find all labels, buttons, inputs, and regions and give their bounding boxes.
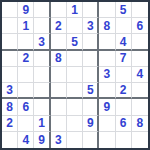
sudoku-cell-r4c2[interactable]: 2 bbox=[18, 51, 34, 67]
sudoku-cell-r5c7[interactable]: 3 bbox=[99, 67, 115, 83]
sudoku-cell-r6c7[interactable] bbox=[99, 83, 115, 99]
sudoku-cell-r6c8[interactable]: 2 bbox=[116, 83, 132, 99]
sudoku-cell-r2c3[interactable] bbox=[34, 18, 50, 34]
sudoku-cell-r8c7[interactable] bbox=[99, 116, 115, 132]
sudoku-cell-r5c6[interactable] bbox=[83, 67, 99, 83]
sudoku-cell-r2c9[interactable]: 6 bbox=[132, 18, 148, 34]
sudoku-cell-r5c4[interactable] bbox=[51, 67, 67, 83]
sudoku-cell-r4c8[interactable]: 7 bbox=[116, 51, 132, 67]
sudoku-cell-r8c5[interactable] bbox=[67, 116, 83, 132]
sudoku-cell-r2c6[interactable]: 3 bbox=[83, 18, 99, 34]
sudoku-cell-r9c3[interactable]: 9 bbox=[34, 132, 50, 148]
sudoku-cell-r5c9[interactable]: 4 bbox=[132, 67, 148, 83]
sudoku-cell-r5c8[interactable] bbox=[116, 67, 132, 83]
sudoku-cell-r7c9[interactable] bbox=[132, 99, 148, 115]
sudoku-cell-r9c1[interactable] bbox=[2, 132, 18, 148]
sudoku-cell-r6c4[interactable] bbox=[51, 83, 67, 99]
sudoku-cell-r7c1[interactable]: 8 bbox=[2, 99, 18, 115]
sudoku-cell-r4c5[interactable] bbox=[67, 51, 83, 67]
sudoku-cell-r8c9[interactable]: 8 bbox=[132, 116, 148, 132]
sudoku-cell-r1c6[interactable] bbox=[83, 2, 99, 18]
sudoku-cell-r3c2[interactable] bbox=[18, 34, 34, 50]
sudoku-cell-r1c1[interactable] bbox=[2, 2, 18, 18]
sudoku-cell-r2c4[interactable]: 2 bbox=[51, 18, 67, 34]
sudoku-cell-r6c2[interactable] bbox=[18, 83, 34, 99]
sudoku-cell-r2c8[interactable] bbox=[116, 18, 132, 34]
sudoku-cell-r1c2[interactable]: 9 bbox=[18, 2, 34, 18]
sudoku-cell-r4c9[interactable] bbox=[132, 51, 148, 67]
sudoku-cell-r4c7[interactable] bbox=[99, 51, 115, 67]
sudoku-cell-r3c8[interactable]: 4 bbox=[116, 34, 132, 50]
sudoku-cell-r4c4[interactable]: 8 bbox=[51, 51, 67, 67]
sudoku-cell-r6c3[interactable] bbox=[34, 83, 50, 99]
sudoku-cell-r7c7[interactable]: 9 bbox=[99, 99, 115, 115]
sudoku-cell-r8c2[interactable] bbox=[18, 116, 34, 132]
sudoku-cell-r2c5[interactable] bbox=[67, 18, 83, 34]
sudoku-cell-r7c2[interactable]: 6 bbox=[18, 99, 34, 115]
sudoku-cell-r5c2[interactable] bbox=[18, 67, 34, 83]
sudoku-cell-r6c6[interactable]: 5 bbox=[83, 83, 99, 99]
sudoku-cell-r8c6[interactable]: 9 bbox=[83, 116, 99, 132]
sudoku-board: 915123863542873435286921968493 bbox=[0, 0, 150, 150]
sudoku-cell-r1c8[interactable]: 5 bbox=[116, 2, 132, 18]
sudoku-cell-r6c5[interactable] bbox=[67, 83, 83, 99]
sudoku-cell-r9c5[interactable] bbox=[67, 132, 83, 148]
sudoku-cell-r9c6[interactable] bbox=[83, 132, 99, 148]
sudoku-cell-r3c6[interactable] bbox=[83, 34, 99, 50]
sudoku-cell-r5c3[interactable] bbox=[34, 67, 50, 83]
sudoku-cell-r9c8[interactable] bbox=[116, 132, 132, 148]
sudoku-cell-r5c1[interactable] bbox=[2, 67, 18, 83]
sudoku-cell-r4c1[interactable] bbox=[2, 51, 18, 67]
sudoku-cell-r9c7[interactable] bbox=[99, 132, 115, 148]
sudoku-cell-r4c3[interactable] bbox=[34, 51, 50, 67]
sudoku-cell-r3c7[interactable] bbox=[99, 34, 115, 50]
sudoku-cell-r9c2[interactable]: 4 bbox=[18, 132, 34, 148]
sudoku-cell-r9c4[interactable]: 3 bbox=[51, 132, 67, 148]
sudoku-cell-r2c7[interactable]: 8 bbox=[99, 18, 115, 34]
sudoku-cell-r3c1[interactable] bbox=[2, 34, 18, 50]
sudoku-cell-r8c1[interactable]: 2 bbox=[2, 116, 18, 132]
sudoku-cell-r3c9[interactable] bbox=[132, 34, 148, 50]
sudoku-cell-r1c9[interactable] bbox=[132, 2, 148, 18]
sudoku-cell-r1c4[interactable] bbox=[51, 2, 67, 18]
sudoku-cell-r7c8[interactable] bbox=[116, 99, 132, 115]
sudoku-cell-r1c3[interactable] bbox=[34, 2, 50, 18]
sudoku-cell-r9c9[interactable] bbox=[132, 132, 148, 148]
sudoku-cell-r6c9[interactable] bbox=[132, 83, 148, 99]
sudoku-cell-r1c5[interactable]: 1 bbox=[67, 2, 83, 18]
sudoku-cell-r7c6[interactable] bbox=[83, 99, 99, 115]
sudoku-cell-r8c3[interactable]: 1 bbox=[34, 116, 50, 132]
sudoku-cell-r8c8[interactable]: 6 bbox=[116, 116, 132, 132]
sudoku-cell-r7c5[interactable] bbox=[67, 99, 83, 115]
sudoku-cell-r1c7[interactable] bbox=[99, 2, 115, 18]
sudoku-cell-r2c2[interactable]: 1 bbox=[18, 18, 34, 34]
sudoku-cell-r3c4[interactable] bbox=[51, 34, 67, 50]
sudoku-cell-r3c5[interactable]: 5 bbox=[67, 34, 83, 50]
sudoku-cell-r7c3[interactable] bbox=[34, 99, 50, 115]
sudoku-cell-r6c1[interactable]: 3 bbox=[2, 83, 18, 99]
sudoku-cell-r3c3[interactable]: 3 bbox=[34, 34, 50, 50]
sudoku-cell-r2c1[interactable] bbox=[2, 18, 18, 34]
sudoku-cell-r4c6[interactable] bbox=[83, 51, 99, 67]
sudoku-cell-r5c5[interactable] bbox=[67, 67, 83, 83]
sudoku-cell-r8c4[interactable] bbox=[51, 116, 67, 132]
sudoku-cell-r7c4[interactable] bbox=[51, 99, 67, 115]
